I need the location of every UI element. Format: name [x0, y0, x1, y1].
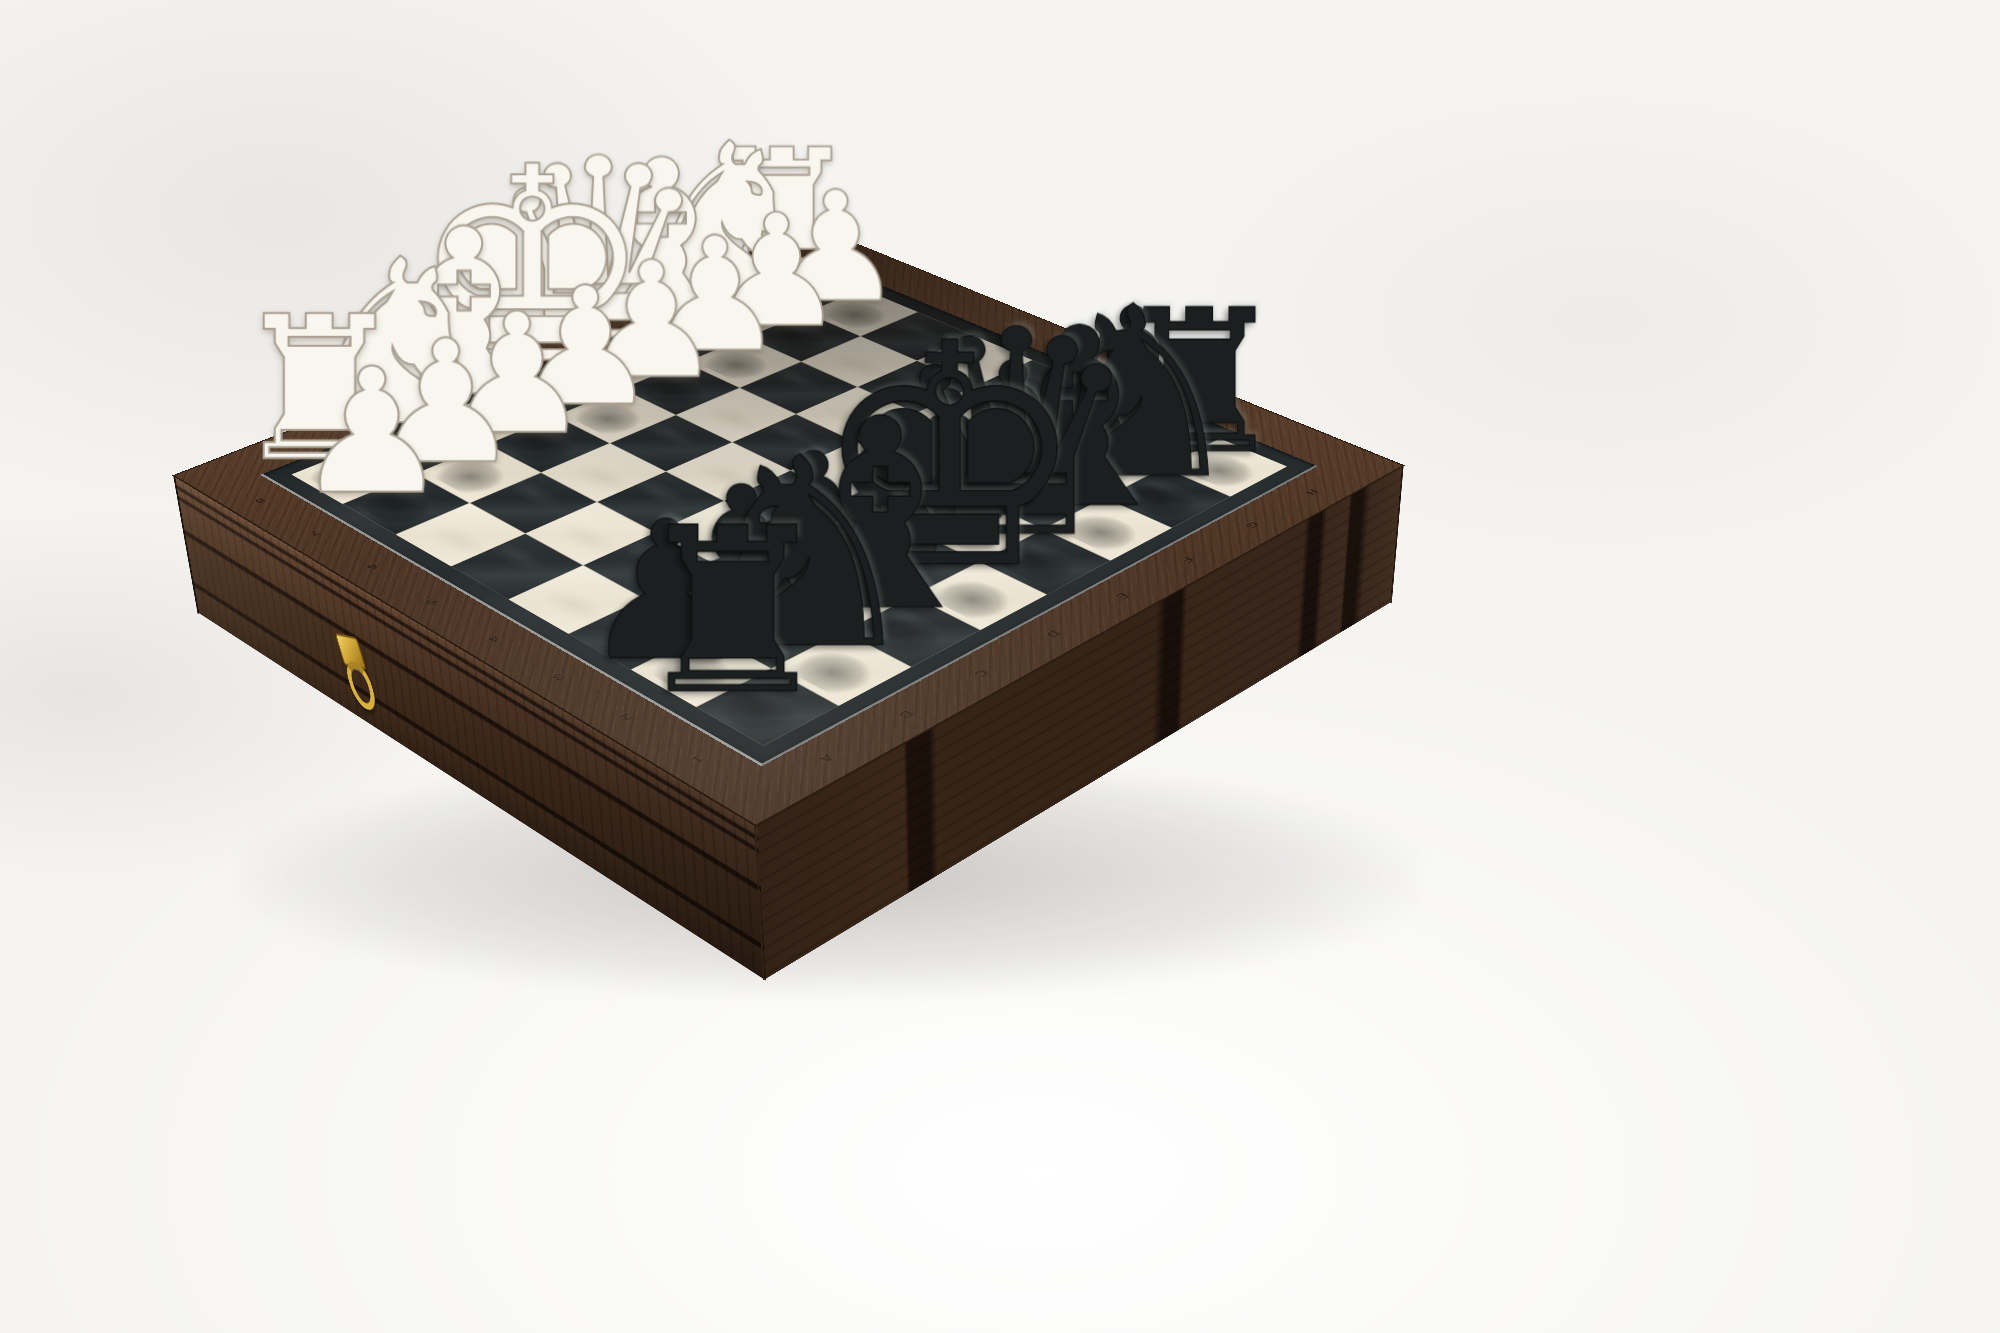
- piece-black-rook-a1: ♜: [630, 497, 834, 725]
- latch-plate-icon: [335, 633, 367, 671]
- latch-loop-icon: [342, 660, 380, 713]
- square-a1: ♜: [696, 669, 838, 746]
- box-frame: ♜♟♟♜♞♟♟♞♝♟♟♝♛♟♟♛♚♟♟♚♝♟♟♝♞♟♟♞♜♟♟♜ 8765432…: [175, 227, 1402, 824]
- photo-backdrop: ♜♟♟♜♞♟♟♞♝♟♟♝♛♟♟♛♚♟♟♚♝♟♟♝♞♟♟♞♜♟♟♜ 8765432…: [0, 0, 2000, 1333]
- piece-white-pawn-a7: ♟: [294, 345, 449, 518]
- scene: ♜♟♟♜♞♟♟♞♝♟♟♝♛♟♟♛♚♟♟♚♝♟♟♝♞♟♟♞♜♟♟♜ 8765432…: [0, 0, 2000, 1333]
- chess-box: ♜♟♟♜♞♟♟♞♝♟♟♝♛♟♟♛♚♟♟♚♝♟♟♝♞♟♟♞♜♟♟♜ 8765432…: [175, 227, 1402, 824]
- brass-latch: [329, 632, 385, 716]
